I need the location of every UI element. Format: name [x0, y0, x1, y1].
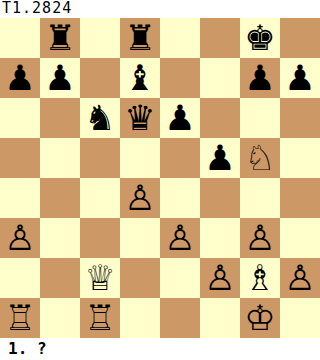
- square-b7[interactable]: ♟: [40, 58, 80, 98]
- square-e1[interactable]: [160, 298, 200, 338]
- square-h7[interactable]: ♟: [280, 58, 320, 98]
- white-queen-c2: ♕: [84, 258, 115, 298]
- square-g5[interactable]: ♘: [240, 138, 280, 178]
- square-d3[interactable]: [120, 218, 160, 258]
- square-f4[interactable]: [200, 178, 240, 218]
- square-d4[interactable]: ♙: [120, 178, 160, 218]
- square-h6[interactable]: [280, 98, 320, 138]
- square-d1[interactable]: [120, 298, 160, 338]
- square-e8[interactable]: [160, 18, 200, 58]
- square-a7[interactable]: ♟: [0, 58, 40, 98]
- chess-board: ♜♜♚♟♟♝♟♟♞♛♟♟♘♙♙♙♙♕♙♗♙♖♖♔: [0, 18, 320, 338]
- square-g3[interactable]: ♙: [240, 218, 280, 258]
- square-f8[interactable]: [200, 18, 240, 58]
- square-h8[interactable]: [280, 18, 320, 58]
- black-pawn-a7: ♟: [4, 58, 35, 98]
- square-e7[interactable]: [160, 58, 200, 98]
- white-pawn-a3: ♙: [4, 218, 35, 258]
- square-d7[interactable]: ♝: [120, 58, 160, 98]
- square-d6[interactable]: ♛: [120, 98, 160, 138]
- square-g8[interactable]: ♚: [240, 18, 280, 58]
- black-pawn-e6: ♟: [164, 98, 195, 138]
- black-pawn-h7: ♟: [284, 58, 315, 98]
- square-f1[interactable]: [200, 298, 240, 338]
- square-c8[interactable]: [80, 18, 120, 58]
- white-pawn-g3: ♙: [244, 218, 275, 258]
- white-knight-g5: ♘: [244, 138, 275, 178]
- square-h3[interactable]: [280, 218, 320, 258]
- square-g6[interactable]: [240, 98, 280, 138]
- square-h4[interactable]: [280, 178, 320, 218]
- white-bishop-g2: ♗: [244, 258, 275, 298]
- square-b8[interactable]: ♜: [40, 18, 80, 58]
- black-rook-b8: ♜: [44, 18, 75, 58]
- square-f2[interactable]: ♙: [200, 258, 240, 298]
- square-c7[interactable]: [80, 58, 120, 98]
- square-b4[interactable]: [40, 178, 80, 218]
- move-prompt: 1. ?: [0, 338, 320, 360]
- square-g2[interactable]: ♗: [240, 258, 280, 298]
- square-b1[interactable]: [40, 298, 80, 338]
- black-bishop-d7: ♝: [124, 58, 155, 98]
- puzzle-title: T1.2824: [0, 0, 320, 18]
- square-e3[interactable]: ♙: [160, 218, 200, 258]
- square-g4[interactable]: [240, 178, 280, 218]
- square-f6[interactable]: [200, 98, 240, 138]
- square-h2[interactable]: ♙: [280, 258, 320, 298]
- square-e5[interactable]: [160, 138, 200, 178]
- square-h1[interactable]: [280, 298, 320, 338]
- black-pawn-f5: ♟: [204, 138, 235, 178]
- square-g7[interactable]: ♟: [240, 58, 280, 98]
- square-c6[interactable]: ♞: [80, 98, 120, 138]
- square-a4[interactable]: [0, 178, 40, 218]
- square-f5[interactable]: ♟: [200, 138, 240, 178]
- square-h5[interactable]: [280, 138, 320, 178]
- square-f7[interactable]: [200, 58, 240, 98]
- square-a1[interactable]: ♖: [0, 298, 40, 338]
- black-knight-c6: ♞: [84, 98, 115, 138]
- square-a5[interactable]: [0, 138, 40, 178]
- square-b3[interactable]: [40, 218, 80, 258]
- black-king-g8: ♚: [244, 18, 275, 58]
- square-a8[interactable]: [0, 18, 40, 58]
- square-d5[interactable]: [120, 138, 160, 178]
- square-g1[interactable]: ♔: [240, 298, 280, 338]
- square-b6[interactable]: [40, 98, 80, 138]
- black-pawn-b7: ♟: [44, 58, 75, 98]
- white-pawn-f2: ♙: [204, 258, 235, 298]
- square-e2[interactable]: [160, 258, 200, 298]
- white-pawn-h2: ♙: [284, 258, 315, 298]
- white-pawn-d4: ♙: [124, 178, 155, 218]
- white-pawn-e3: ♙: [164, 218, 195, 258]
- square-a6[interactable]: [0, 98, 40, 138]
- square-c1[interactable]: ♖: [80, 298, 120, 338]
- square-c2[interactable]: ♕: [80, 258, 120, 298]
- square-a3[interactable]: ♙: [0, 218, 40, 258]
- black-queen-d6: ♛: [124, 98, 155, 138]
- square-a2[interactable]: [0, 258, 40, 298]
- square-b2[interactable]: [40, 258, 80, 298]
- square-b5[interactable]: [40, 138, 80, 178]
- square-f3[interactable]: [200, 218, 240, 258]
- square-d8[interactable]: ♜: [120, 18, 160, 58]
- square-c5[interactable]: [80, 138, 120, 178]
- square-c4[interactable]: [80, 178, 120, 218]
- square-d2[interactable]: [120, 258, 160, 298]
- white-rook-a1: ♖: [4, 298, 35, 338]
- square-e4[interactable]: [160, 178, 200, 218]
- square-c3[interactable]: [80, 218, 120, 258]
- square-e6[interactable]: ♟: [160, 98, 200, 138]
- white-rook-c1: ♖: [84, 298, 115, 338]
- white-king-g1: ♔: [244, 298, 275, 338]
- black-rook-d8: ♜: [124, 18, 155, 58]
- black-pawn-g7: ♟: [244, 58, 275, 98]
